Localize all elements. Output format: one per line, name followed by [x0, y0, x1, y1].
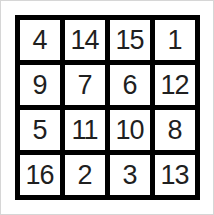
grid-cell-r4c1: 16 — [20, 155, 60, 195]
grid-cell-r3c3: 10 — [110, 110, 150, 150]
grid-cell-r1c4: 1 — [155, 20, 195, 60]
grid-cell-r2c3: 6 — [110, 65, 150, 105]
grid-cell-r4c3: 3 — [110, 155, 150, 195]
grid-cell-r2c4: 12 — [155, 65, 195, 105]
magic-square-board: 4 14 15 1 9 7 6 12 5 11 10 8 16 2 3 13 — [15, 15, 200, 200]
grid-cell-r4c4: 13 — [155, 155, 195, 195]
grid-cell-r2c1: 9 — [20, 65, 60, 105]
grid-cell-r4c2: 2 — [65, 155, 105, 195]
grid-cell-r1c1: 4 — [20, 20, 60, 60]
grid-cell-r3c2: 11 — [65, 110, 105, 150]
grid-cell-r1c2: 14 — [65, 20, 105, 60]
page: 4 14 15 1 9 7 6 12 5 11 10 8 16 2 3 13 — [0, 0, 214, 215]
grid-cell-r1c3: 15 — [110, 20, 150, 60]
grid-cell-r3c1: 5 — [20, 110, 60, 150]
grid-cell-r2c2: 7 — [65, 65, 105, 105]
grid-cell-r3c4: 8 — [155, 110, 195, 150]
